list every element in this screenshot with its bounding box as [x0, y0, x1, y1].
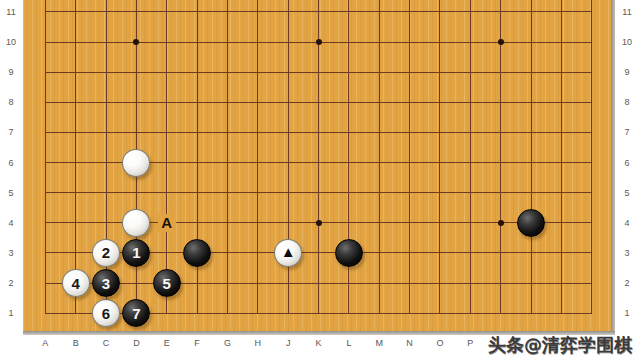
stone-white-j3: ▲: [274, 239, 302, 267]
grid-line-horizontal: [45, 11, 592, 12]
row-label-right: 7: [616, 126, 638, 138]
row-label-right: 4: [616, 217, 638, 229]
grid-line-vertical: [45, 0, 46, 314]
column-label: D: [126, 337, 146, 349]
stone-move-number: 7: [132, 306, 140, 321]
watermark: 头条@清弈学围棋: [488, 333, 632, 357]
star-point: [498, 39, 504, 45]
row-label-left: 4: [0, 217, 22, 229]
column-label: E: [157, 337, 177, 349]
grid-line-vertical: [439, 0, 440, 314]
row-label-left: 11: [0, 6, 22, 18]
row-label-left: 1: [0, 307, 22, 319]
row-label-left: 5: [0, 187, 22, 199]
grid-line-vertical: [470, 0, 471, 314]
stone-move-number: 4: [71, 276, 79, 291]
stone-black-f3: [183, 239, 211, 267]
triangle-marker-icon: ▲: [281, 244, 296, 259]
stone-white-d4: [122, 209, 150, 237]
grid-line-vertical: [227, 0, 228, 314]
stone-white-d6: [122, 149, 150, 177]
board-shadow-right: [611, 0, 615, 332]
column-label: F: [187, 337, 207, 349]
row-label-right: 10: [616, 36, 638, 48]
row-label-right: 2: [616, 277, 638, 289]
stone-move-number: 5: [163, 276, 171, 291]
row-label-right: 5: [616, 187, 638, 199]
stone-black-d3: 1: [122, 239, 150, 267]
stone-move-number: 3: [102, 276, 110, 291]
row-label-right: 9: [616, 66, 638, 78]
column-label: A: [35, 337, 55, 349]
grid-line-vertical: [409, 0, 410, 314]
stone-black-l3: [335, 239, 363, 267]
row-label-left: 3: [0, 247, 22, 259]
grid-line-horizontal: [45, 283, 592, 284]
column-label: B: [66, 337, 86, 349]
grid-line-horizontal: [45, 132, 592, 133]
column-label: C: [96, 337, 116, 349]
stone-move-number: 1: [132, 245, 140, 260]
star-point: [316, 39, 322, 45]
star-point: [316, 220, 322, 226]
stone-move-number: 6: [102, 306, 110, 321]
grid-line-vertical: [257, 0, 258, 314]
grid-line-vertical: [561, 0, 562, 314]
row-label-right: 8: [616, 96, 638, 108]
row-label-left: 7: [0, 126, 22, 138]
stone-white-b2: 4: [62, 269, 90, 297]
row-label-right: 3: [616, 247, 638, 259]
grid-line-vertical: [591, 0, 592, 314]
column-label: L: [339, 337, 359, 349]
stone-black-r4: [517, 209, 545, 237]
go-board: 246▲1357A: [23, 0, 611, 331]
grid-line-horizontal: [45, 192, 592, 193]
column-label: P: [460, 337, 480, 349]
column-label: J: [278, 337, 298, 349]
stone-black-c2: 3: [92, 269, 120, 297]
row-label-left: 10: [0, 36, 22, 48]
grid-line-horizontal: [45, 102, 592, 103]
row-label-right: 6: [616, 157, 638, 169]
row-label-right: 11: [616, 6, 638, 18]
grid-line-vertical: [500, 0, 501, 314]
star-point: [133, 39, 139, 45]
point-label-a: A: [158, 214, 176, 232]
stone-white-c3: 2: [92, 239, 120, 267]
grid-line-vertical: [75, 0, 76, 314]
grid-line-horizontal: [45, 72, 592, 73]
grid-line-vertical: [379, 0, 380, 314]
row-label-right: 1: [616, 307, 638, 319]
grid-line-vertical: [166, 0, 167, 314]
column-label: H: [248, 337, 268, 349]
column-label: O: [430, 337, 450, 349]
grid-line-vertical: [531, 0, 532, 314]
grid-line-vertical: [318, 0, 319, 314]
star-point: [498, 220, 504, 226]
stone-white-c1: 6: [92, 299, 120, 327]
column-label: N: [400, 337, 420, 349]
stone-black-d1: 7: [122, 299, 150, 327]
stone-black-e2: 5: [153, 269, 181, 297]
row-label-left: 8: [0, 96, 22, 108]
row-label-left: 9: [0, 66, 22, 78]
go-diagram: 246▲1357A 11223344556677889910101111ABCD…: [0, 0, 640, 362]
column-label: M: [369, 337, 389, 349]
row-label-left: 6: [0, 157, 22, 169]
row-label-left: 2: [0, 277, 22, 289]
stone-move-number: 2: [102, 245, 110, 260]
column-label: G: [217, 337, 237, 349]
column-label: K: [309, 337, 329, 349]
